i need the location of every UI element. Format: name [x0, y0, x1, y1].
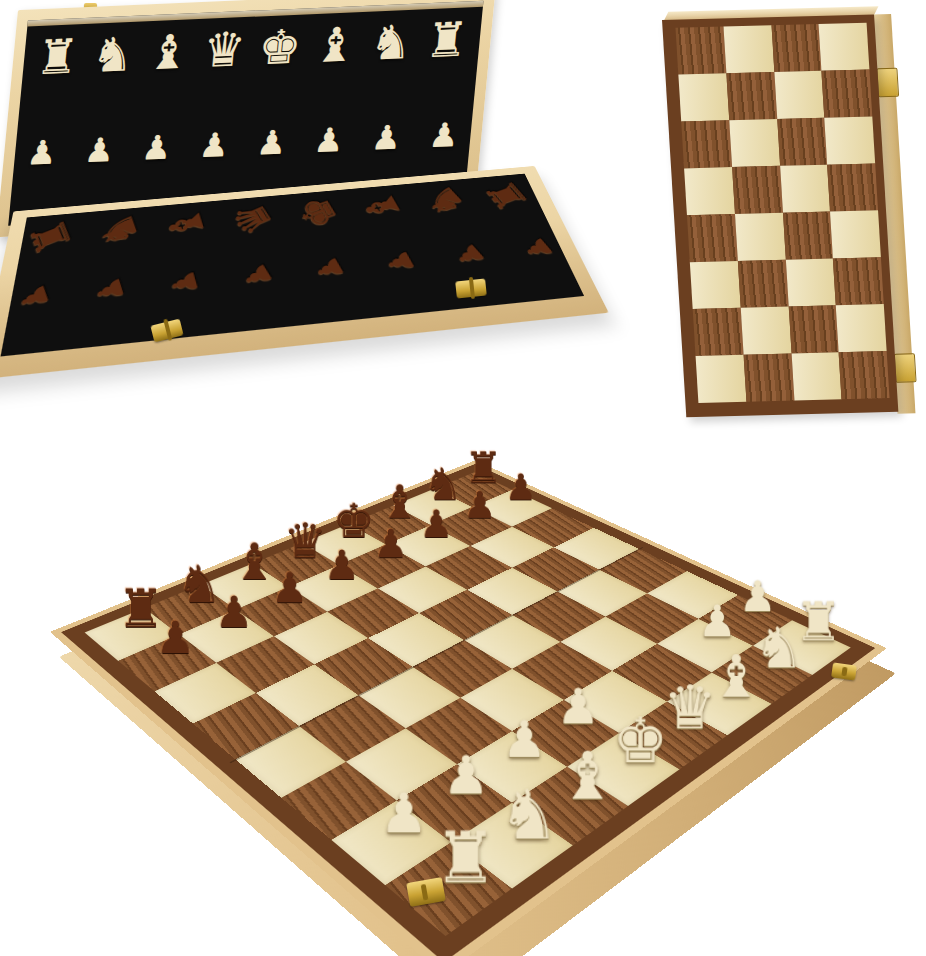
- chess-board: ♜♞♝♛♚♝♞♜♟♟♟♟♟♟♟♟♟♟♟♟♟♟♜♞♝♚♛♝♞♜: [50, 460, 887, 956]
- product-photo: ♜♞♝♛♚♝♞♜ ♟♟♟♟♟♟♟♟ ♜♞♝♛♚♝♞♜ ♟♟♟♟♟♟♟♟: [0, 0, 926, 956]
- case-lid-major-row: ♜♞♝♛♚♝♞♜: [34, 15, 470, 81]
- folded-square: [729, 119, 780, 167]
- case-white-pawn: ♟: [83, 133, 116, 167]
- folded-square: [774, 71, 825, 119]
- case-dark-knight: ♞: [417, 180, 475, 222]
- white-pawn[interactable]: ♟: [443, 749, 490, 801]
- dark-pawn[interactable]: ♟: [420, 505, 454, 543]
- brass-clasp-icon: [831, 662, 857, 680]
- white-knight[interactable]: ♞: [498, 781, 559, 849]
- case-dark-pawn: ♟: [238, 259, 279, 293]
- dark-pawn[interactable]: ♟: [324, 545, 360, 585]
- folded-square: [681, 120, 732, 168]
- dark-pawn[interactable]: ♟: [155, 616, 195, 661]
- folded-square: [687, 214, 738, 262]
- case-white-pawn: ♟: [255, 125, 288, 159]
- folded-square: [827, 163, 878, 211]
- folded-square: [819, 23, 870, 71]
- dark-bishop[interactable]: ♝: [379, 479, 420, 524]
- folded-square: [822, 70, 873, 118]
- folded-square: [771, 24, 822, 72]
- folded-square: [777, 118, 828, 166]
- case-white-rook: ♜: [423, 15, 470, 64]
- square-h4[interactable]: [599, 549, 687, 593]
- white-pawn[interactable]: ♟: [379, 787, 428, 842]
- folded-square: [678, 73, 729, 121]
- case-dark-pawn: ♟: [449, 239, 491, 271]
- case-dark-queen: ♛: [225, 196, 282, 240]
- folded-square: [675, 26, 726, 74]
- white-bishop[interactable]: ♝: [558, 743, 616, 808]
- case-white-pawn: ♟: [370, 120, 403, 154]
- white-pawn[interactable]: ♟: [698, 600, 737, 644]
- case-dark-bishop: ♝: [355, 187, 410, 226]
- dark-pawn[interactable]: ♟: [215, 591, 254, 634]
- folded-square: [735, 213, 786, 261]
- folded-square: [830, 210, 881, 258]
- case-white-knight: ♞: [90, 30, 137, 79]
- case-dark-pawn: ♟: [381, 247, 421, 277]
- white-bishop[interactable]: ♝: [710, 647, 762, 705]
- case-white-pawn: ♟: [198, 128, 231, 162]
- case-white-knight: ♞: [368, 18, 415, 67]
- white-pawn[interactable]: ♟: [502, 715, 547, 765]
- white-pawn[interactable]: ♟: [739, 576, 777, 618]
- dark-queen[interactable]: ♛: [284, 517, 327, 565]
- case-dark-rook: ♜: [25, 214, 80, 260]
- case-lid-pawn-row: ♟♟♟♟♟♟♟♟: [25, 118, 460, 170]
- case-white-pawn: ♟: [427, 118, 460, 152]
- dark-king[interactable]: ♚: [333, 497, 375, 544]
- brass-hinge-icon: [876, 68, 899, 97]
- case-dark-bishop: ♝: [162, 204, 214, 245]
- case-dark-pawn: ♟: [310, 253, 350, 285]
- case-white-pawn: ♟: [313, 123, 346, 157]
- dark-bishop[interactable]: ♝: [232, 537, 277, 587]
- folded-square: [726, 72, 777, 120]
- white-queen[interactable]: ♛: [663, 677, 717, 737]
- folded-square: [684, 167, 735, 215]
- white-rook[interactable]: ♜: [434, 822, 497, 893]
- case-white-bishop: ♝: [312, 20, 359, 69]
- folded-square: [825, 116, 876, 164]
- dark-pawn[interactable]: ♟: [505, 470, 537, 506]
- folded-square: [723, 25, 774, 73]
- board-grid: ♜♞♝♛♚♝♞♜♟♟♟♟♟♟♟♟♟♟♟♟♟♟♜♞♝♚♛♝♞♜: [85, 472, 851, 936]
- dark-pawn[interactable]: ♟: [373, 525, 408, 564]
- case-dark-rook: ♜: [479, 175, 537, 215]
- dark-pawn[interactable]: ♟: [271, 567, 308, 609]
- case-dark-pawn: ♟: [518, 233, 560, 264]
- case-white-king: ♚: [257, 23, 304, 72]
- white-pawn[interactable]: ♟: [556, 683, 600, 732]
- case-white-pawn: ♟: [25, 135, 58, 169]
- dark-pawn[interactable]: ♟: [463, 487, 496, 524]
- case-white-queen: ♛: [201, 25, 248, 74]
- case-dark-pawn: ♟: [167, 267, 204, 299]
- case-white-bishop: ♝: [145, 27, 192, 76]
- white-king[interactable]: ♚: [612, 709, 668, 771]
- main-board-section: ♜♞♝♛♚♝♞♜♟♟♟♟♟♟♟♟♟♟♟♟♟♟♜♞♝♚♛♝♞♜: [0, 296, 926, 956]
- case-dark-knight: ♞: [94, 208, 147, 252]
- folded-square: [780, 165, 831, 213]
- folded-square: [732, 166, 783, 214]
- folded-square: [782, 212, 833, 260]
- dark-knight[interactable]: ♞: [423, 462, 463, 506]
- case-white-pawn: ♟: [140, 130, 173, 164]
- case-white-rook: ♜: [34, 32, 81, 81]
- case-dark-king: ♚: [291, 192, 347, 234]
